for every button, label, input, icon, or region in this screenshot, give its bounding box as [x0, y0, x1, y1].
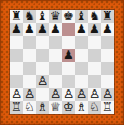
square-h4[interactable] — [101, 62, 114, 75]
square-a1[interactable]: ♖ — [10, 101, 23, 114]
square-h6[interactable] — [101, 36, 114, 49]
piece-black-king-e8[interactable]: ♚ — [62, 10, 75, 23]
piece-white-queen-d1[interactable]: ♕ — [49, 101, 62, 114]
square-g4[interactable] — [88, 62, 101, 75]
square-h5[interactable] — [101, 49, 114, 62]
square-b7[interactable]: ♟ — [23, 23, 36, 36]
square-c1[interactable]: ♗ — [36, 101, 49, 114]
square-h7[interactable]: ♟ — [101, 23, 114, 36]
chess-app-window: ♜♞♝♛♚♝♞♜♟♟♟♟♟♟♟♟♙♙♙♙♙♙♙♙♖♘♗♕♔♗♘♖ — [0, 0, 124, 125]
square-f4[interactable] — [75, 62, 88, 75]
square-f7[interactable]: ♟ — [75, 23, 88, 36]
square-a6[interactable] — [10, 36, 23, 49]
square-f5[interactable] — [75, 49, 88, 62]
piece-black-pawn-g7[interactable]: ♟ — [88, 23, 101, 36]
square-a5[interactable] — [10, 49, 23, 62]
piece-white-knight-g1[interactable]: ♘ — [88, 101, 101, 114]
square-c3[interactable]: ♙ — [36, 75, 49, 88]
square-g5[interactable] — [88, 49, 101, 62]
square-a4[interactable] — [10, 62, 23, 75]
piece-white-bishop-c1[interactable]: ♗ — [36, 101, 49, 114]
piece-white-pawn-c3[interactable]: ♙ — [36, 75, 49, 88]
square-b6[interactable] — [23, 36, 36, 49]
square-d7[interactable]: ♟ — [49, 23, 62, 36]
square-a7[interactable]: ♟ — [10, 23, 23, 36]
square-d4[interactable] — [49, 62, 62, 75]
square-d6[interactable] — [49, 36, 62, 49]
square-h1[interactable]: ♖ — [101, 101, 114, 114]
piece-black-pawn-c7[interactable]: ♟ — [36, 23, 49, 36]
square-d5[interactable] — [49, 49, 62, 62]
square-b4[interactable] — [23, 62, 36, 75]
piece-white-rook-a1[interactable]: ♖ — [10, 101, 23, 114]
piece-black-pawn-d7[interactable]: ♟ — [49, 23, 62, 36]
square-d1[interactable]: ♕ — [49, 101, 62, 114]
piece-black-pawn-f7[interactable]: ♟ — [75, 23, 88, 36]
square-c6[interactable] — [36, 36, 49, 49]
piece-black-pawn-e5[interactable]: ♟ — [62, 49, 75, 62]
square-e7[interactable] — [62, 23, 75, 36]
piece-white-rook-h1[interactable]: ♖ — [101, 101, 114, 114]
piece-white-king-e1[interactable]: ♔ — [62, 101, 75, 114]
square-b5[interactable] — [23, 49, 36, 62]
square-g1[interactable]: ♘ — [88, 101, 101, 114]
square-e8[interactable]: ♚ — [62, 10, 75, 23]
square-g7[interactable]: ♟ — [88, 23, 101, 36]
square-f6[interactable] — [75, 36, 88, 49]
piece-black-pawn-h7[interactable]: ♟ — [101, 23, 114, 36]
square-f1[interactable]: ♗ — [75, 101, 88, 114]
square-e4[interactable] — [62, 62, 75, 75]
chess-board: ♜♞♝♛♚♝♞♜♟♟♟♟♟♟♟♟♙♙♙♙♙♙♙♙♖♘♗♕♔♗♘♖ — [10, 10, 114, 114]
square-c7[interactable]: ♟ — [36, 23, 49, 36]
square-c5[interactable] — [36, 49, 49, 62]
piece-black-pawn-b7[interactable]: ♟ — [23, 23, 36, 36]
piece-black-pawn-a7[interactable]: ♟ — [10, 23, 23, 36]
square-e5[interactable]: ♟ — [62, 49, 75, 62]
piece-white-knight-b1[interactable]: ♘ — [23, 101, 36, 114]
piece-white-bishop-f1[interactable]: ♗ — [75, 101, 88, 114]
square-b1[interactable]: ♘ — [23, 101, 36, 114]
square-g6[interactable] — [88, 36, 101, 49]
square-e1[interactable]: ♔ — [62, 101, 75, 114]
